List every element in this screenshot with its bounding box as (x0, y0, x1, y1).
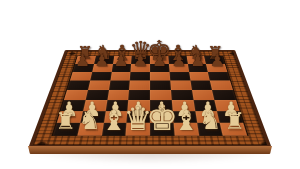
black-pawn-b7[interactable]: ♟ (95, 53, 110, 70)
white-knight-g1[interactable]: ♞ (199, 108, 222, 133)
black-pawn-d7[interactable]: ♟ (133, 53, 148, 70)
white-rook-a1[interactable]: ♜ (55, 110, 76, 133)
black-pawn-a7[interactable]: ♟ (75, 53, 90, 70)
black-pawn-e7[interactable]: ♟ (152, 53, 167, 70)
white-rook-h1[interactable]: ♜ (224, 110, 245, 133)
black-pawn-h7[interactable]: ♟ (210, 53, 225, 70)
white-bishop-f1[interactable]: ♝ (174, 106, 199, 134)
white-bishop-c1[interactable]: ♝ (101, 106, 126, 134)
white-knight-b1[interactable]: ♞ (78, 108, 101, 133)
scene: ♜♞♝♛♚♝♞♜♟♟♟♟♟♟♟♟♟♟♟♟♟♟♟♟♜♞♝♛♚♝♞♜ (0, 0, 300, 169)
black-pawn-c7[interactable]: ♟ (114, 53, 129, 70)
pieces-layer: ♜♞♝♛♚♝♞♜♟♟♟♟♟♟♟♟♟♟♟♟♟♟♟♟♜♞♝♛♚♝♞♜ (0, 0, 300, 169)
black-pawn-f7[interactable]: ♟ (171, 53, 186, 70)
black-pawn-g7[interactable]: ♟ (191, 53, 206, 70)
